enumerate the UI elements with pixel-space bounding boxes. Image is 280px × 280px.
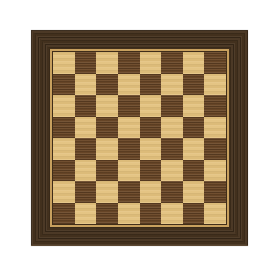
- board-frame-right: [226, 30, 248, 246]
- square-d2[interactable]: [118, 181, 140, 203]
- chess-board: [31, 30, 248, 246]
- square-c7[interactable]: [96, 74, 118, 96]
- square-g8[interactable]: [183, 52, 205, 74]
- square-d6[interactable]: [118, 95, 140, 117]
- square-d3[interactable]: [118, 160, 140, 182]
- square-c4[interactable]: [96, 138, 118, 160]
- square-g6[interactable]: [183, 95, 205, 117]
- square-g5[interactable]: [183, 117, 205, 139]
- square-f4[interactable]: [161, 138, 183, 160]
- square-c6[interactable]: [96, 95, 118, 117]
- square-f1[interactable]: [161, 203, 183, 225]
- square-g4[interactable]: [183, 138, 205, 160]
- square-d1[interactable]: [118, 203, 140, 225]
- square-d8[interactable]: [118, 52, 140, 74]
- square-h3[interactable]: [204, 160, 226, 182]
- square-a2[interactable]: [53, 181, 75, 203]
- square-g1[interactable]: [183, 203, 205, 225]
- square-b5[interactable]: [75, 117, 97, 139]
- square-d4[interactable]: [118, 138, 140, 160]
- square-a3[interactable]: [53, 160, 75, 182]
- square-a8[interactable]: [53, 52, 75, 74]
- square-h6[interactable]: [204, 95, 226, 117]
- square-c8[interactable]: [96, 52, 118, 74]
- board-frame-bottom: [31, 224, 248, 246]
- square-b1[interactable]: [75, 203, 97, 225]
- square-e7[interactable]: [140, 74, 162, 96]
- product-photo-background: [0, 0, 280, 280]
- square-h2[interactable]: [204, 181, 226, 203]
- square-h5[interactable]: [204, 117, 226, 139]
- square-h1[interactable]: [204, 203, 226, 225]
- square-e3[interactable]: [140, 160, 162, 182]
- square-f6[interactable]: [161, 95, 183, 117]
- square-h8[interactable]: [204, 52, 226, 74]
- square-f5[interactable]: [161, 117, 183, 139]
- square-b8[interactable]: [75, 52, 97, 74]
- square-f7[interactable]: [161, 74, 183, 96]
- square-f2[interactable]: [161, 181, 183, 203]
- square-h4[interactable]: [204, 138, 226, 160]
- square-a6[interactable]: [53, 95, 75, 117]
- square-f8[interactable]: [161, 52, 183, 74]
- square-b6[interactable]: [75, 95, 97, 117]
- square-b3[interactable]: [75, 160, 97, 182]
- square-e5[interactable]: [140, 117, 162, 139]
- square-b7[interactable]: [75, 74, 97, 96]
- square-b2[interactable]: [75, 181, 97, 203]
- board-trim-inlay: [50, 49, 229, 227]
- square-e4[interactable]: [140, 138, 162, 160]
- square-c3[interactable]: [96, 160, 118, 182]
- square-g3[interactable]: [183, 160, 205, 182]
- board-squares: [53, 52, 226, 224]
- square-a7[interactable]: [53, 74, 75, 96]
- square-e8[interactable]: [140, 52, 162, 74]
- square-e1[interactable]: [140, 203, 162, 225]
- square-c2[interactable]: [96, 181, 118, 203]
- square-e6[interactable]: [140, 95, 162, 117]
- square-f3[interactable]: [161, 160, 183, 182]
- square-a1[interactable]: [53, 203, 75, 225]
- square-g7[interactable]: [183, 74, 205, 96]
- square-a5[interactable]: [53, 117, 75, 139]
- square-d5[interactable]: [118, 117, 140, 139]
- square-d7[interactable]: [118, 74, 140, 96]
- square-a4[interactable]: [53, 138, 75, 160]
- square-c1[interactable]: [96, 203, 118, 225]
- square-c5[interactable]: [96, 117, 118, 139]
- square-b4[interactable]: [75, 138, 97, 160]
- square-g2[interactable]: [183, 181, 205, 203]
- square-h7[interactable]: [204, 74, 226, 96]
- square-e2[interactable]: [140, 181, 162, 203]
